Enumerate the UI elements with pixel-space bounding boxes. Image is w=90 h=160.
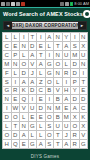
grid-cell[interactable]: V [29,60,37,68]
grid-cell[interactable]: K [80,113,88,121]
grid-cell[interactable]: I [63,78,71,86]
grid-cell[interactable]: M [71,51,79,59]
grid-cell[interactable]: E [37,113,45,121]
grid-cell[interactable]: P [71,78,79,86]
grid-cell[interactable]: G [29,122,37,130]
grid-cell[interactable]: S [46,122,54,130]
grid-cell[interactable]: R [71,140,79,148]
grid-cell[interactable]: E [37,42,45,50]
grid-cell[interactable]: H [3,140,11,148]
grid-cell[interactable]: C [3,51,11,59]
grid-cell[interactable]: O [46,131,54,139]
grid-cell[interactable]: P [12,51,20,59]
notification-icons [1,2,25,6]
grid-cell[interactable]: O [20,60,28,68]
grid-cell[interactable]: Y [71,87,79,95]
grid-cell[interactable]: Z [37,78,45,86]
grid-cell[interactable]: N [20,122,28,130]
grid-cell[interactable]: L [54,78,62,86]
grid-cell[interactable]: O [46,113,54,121]
grid-cell[interactable]: T [54,140,62,148]
footer-bar: DIYS Games [0,150,90,160]
grid-cell[interactable]: O [46,78,54,86]
grid-cell[interactable]: C [3,42,11,50]
status-icons: 8:00 AM [60,0,89,7]
grid-cell[interactable]: N [80,33,88,41]
grid-cell[interactable]: X [80,122,88,130]
grid-cell[interactable]: V [54,87,62,95]
grid-cell[interactable]: I [29,95,37,103]
current-word-banner: ◄ (DXR) DAXOR CORPORATION ► [3,21,87,30]
grid-cell[interactable]: U [80,51,88,59]
grid-cell[interactable]: U [29,104,37,112]
grid-cell[interactable]: Y [63,33,71,41]
grid-cell[interactable]: A [29,78,37,86]
grid-cell[interactable]: A [20,78,28,86]
battery-icon [70,2,73,6]
grid-cell[interactable]: E [29,113,37,121]
grid-cell[interactable]: U [54,122,62,130]
grid-cell[interactable]: G [29,140,37,148]
grid-cell[interactable]: E [20,140,28,148]
grid-cell[interactable]: J [29,69,37,77]
grid-container: LLITIANYINCENDELTASXCPLATINUMUMNOVAGOLDN… [0,31,90,150]
grid-cell[interactable]: N [3,95,11,103]
grid-cell[interactable]: U [63,51,71,59]
notification-icon [6,2,10,6]
grid-cell[interactable]: N [20,42,28,50]
grid-cell[interactable]: E [80,87,88,95]
grid-cell[interactable]: D [37,104,45,112]
previous-word-button[interactable]: ◄ [4,22,12,29]
grid-cell[interactable]: D [12,131,20,139]
grid-cell[interactable]: L [37,69,45,77]
grid-cell[interactable]: I [20,33,28,41]
title-bar: Word Search of AMEX Stocks [0,7,90,20]
refresh-icon[interactable] [83,10,90,18]
grid-cell[interactable]: I [46,95,54,103]
next-word-button[interactable]: ► [78,22,86,29]
grid-cell[interactable]: E [12,95,20,103]
grid-cell[interactable]: D [29,87,37,95]
grid-cell[interactable]: J [63,131,71,139]
grid-cell[interactable]: I [37,33,45,41]
grid-cell[interactable]: X [80,42,88,50]
app-window: 8:00 AM Word Search of AMEX Stocks ◄ (DX… [0,0,90,160]
branding-label: DIYS Games [31,154,59,159]
grid-cell[interactable]: N [54,69,62,77]
notification-icon [21,2,25,6]
grid-cell[interactable]: N [54,51,62,59]
grid-cell[interactable]: L [20,113,28,121]
grid-cell[interactable]: B [46,87,54,95]
page-title: Word Search of AMEX Stocks [3,11,83,17]
grid-cell[interactable]: X [71,113,79,121]
notification-icon [16,2,20,6]
grid-cell[interactable]: F [3,69,11,77]
signal-icon [60,2,64,6]
grid-cell[interactable]: L [37,122,45,130]
grid-cell[interactable]: M [63,113,71,121]
clock: 8:00 AM [74,0,89,7]
grid-cell[interactable]: O [71,122,79,130]
grid-cell[interactable]: L [37,131,45,139]
grid-cell[interactable]: A [20,131,28,139]
grid-cell[interactable]: L [63,60,71,68]
grid-cell[interactable]: T [80,78,88,86]
grid-cell[interactable]: L [3,33,11,41]
grid-cell[interactable]: G [3,87,11,95]
grid-cell[interactable]: A [63,42,71,50]
grid-cell[interactable]: G [80,140,88,148]
grid-cell[interactable]: D [71,69,79,77]
grid-cell[interactable]: N [46,104,54,112]
grid-cell[interactable]: T [54,42,62,50]
grid-cell[interactable]: A [46,33,54,41]
grid-cell[interactable]: L [12,69,20,77]
grid-cell[interactable]: N [80,60,88,68]
grid-cell[interactable]: R [12,87,20,95]
grid-cell[interactable]: I [46,51,54,59]
grid-cell[interactable]: A [71,104,79,112]
grid-cell[interactable]: S [46,140,54,148]
grid-cell[interactable]: D [20,69,28,77]
grid-cell[interactable]: A [37,140,45,148]
current-word-label: (DXR) DAXOR CORPORATION [12,22,78,29]
grid-cell[interactable]: E [12,42,20,50]
grid-cell[interactable]: U [63,122,71,130]
grid-cell[interactable]: I [3,104,11,112]
grid-cell[interactable]: B [54,95,62,103]
status-bar: 8:00 AM [0,0,90,7]
grid-cell[interactable]: D [29,42,37,50]
grid-cell[interactable]: A [63,95,71,103]
grid-cell[interactable]: I [71,33,79,41]
grid-cell[interactable]: H [63,87,71,95]
grid-cell[interactable]: C [37,87,45,95]
grid-cell[interactable]: A [37,60,45,68]
grid-cell[interactable]: E [63,104,71,112]
grid-cell[interactable]: D [3,113,11,121]
grid-cell[interactable]: O [54,60,62,68]
grid-cell[interactable]: A [29,51,37,59]
grid-cell[interactable]: D [71,95,79,103]
grid-cell[interactable]: B [54,113,62,121]
grid-cell[interactable]: V [80,131,88,139]
word-grid[interactable]: LLITIANYINCENDELTASXCPLATINUMUMNOVAGOLDN… [2,32,88,149]
grid-cell[interactable]: L [3,122,11,130]
grid-cell[interactable]: L [29,131,37,139]
grid-cell[interactable]: M [54,104,62,112]
notification-icon [1,2,5,6]
grid-cell[interactable]: O [3,131,11,139]
grid-cell[interactable]: I [80,69,88,77]
grid-cell[interactable]: O [12,113,20,121]
grid-cell[interactable]: I [12,78,20,86]
grid-cell[interactable]: T [54,131,62,139]
grid-cell[interactable]: N [54,33,62,41]
grid-cell[interactable]: Q [20,95,28,103]
grid-cell[interactable]: N [12,60,20,68]
grid-cell[interactable]: D [71,60,79,68]
grid-cell[interactable]: R [63,69,71,77]
grid-cell[interactable]: T [29,33,37,41]
grid-cell[interactable]: L [20,51,28,59]
grid-cell[interactable]: A [63,140,71,148]
grid-cell[interactable]: T [37,51,45,59]
notification-icon [11,2,15,6]
grid-cell[interactable]: E [37,95,45,103]
grid-cell[interactable]: D [80,95,88,103]
grid-cell[interactable]: L [46,42,54,50]
grid-cell[interactable]: L [12,33,20,41]
grid-cell[interactable]: S [3,78,11,86]
grid-cell[interactable]: V [20,104,28,112]
grid-cell[interactable]: G [46,60,54,68]
wifi-icon [65,2,69,6]
grid-cell[interactable]: G [46,69,54,77]
grid-cell[interactable]: S [71,42,79,50]
grid-cell[interactable]: K [20,87,28,95]
grid-cell[interactable]: W [12,104,20,112]
grid-cell[interactable]: C [80,104,88,112]
grid-cell[interactable]: T [12,122,20,130]
grid-cell[interactable]: M [3,60,11,68]
grid-cell[interactable]: R [71,131,79,139]
grid-cell[interactable]: Q [12,140,20,148]
